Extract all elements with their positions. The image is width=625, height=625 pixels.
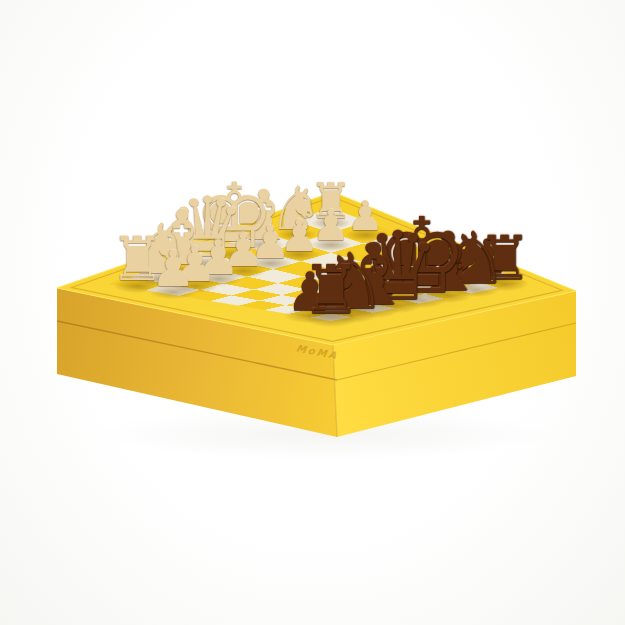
piece-white-pawn-a2[interactable]: ♟ <box>151 245 195 295</box>
piece-black-rook-a8[interactable]: ♜ <box>301 257 361 324</box>
product-photo-chess-set: MoMA ♜♞♟♝♟♚♟♛♟♟♝♟♟♞♜♟♟♜♞♟♟♝♟♚♟♛♟♝♟♞♟♜ <box>0 0 625 625</box>
